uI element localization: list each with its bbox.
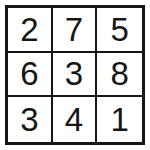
cell-r3c2[interactable]: 4: [53, 97, 98, 142]
cell-r3c1[interactable]: 3: [8, 97, 53, 142]
number-grid-board: 2 7 5 6 3 8 3 4 1: [5, 5, 145, 145]
cell-r1c1[interactable]: 2: [8, 8, 53, 53]
cell-r2c3[interactable]: 8: [97, 53, 142, 98]
cell-r2c1[interactable]: 6: [8, 53, 53, 98]
cell-r2c2[interactable]: 3: [53, 53, 98, 98]
cell-r3c3[interactable]: 1: [97, 97, 142, 142]
cell-r1c3[interactable]: 5: [97, 8, 142, 53]
cell-r1c2[interactable]: 7: [53, 8, 98, 53]
